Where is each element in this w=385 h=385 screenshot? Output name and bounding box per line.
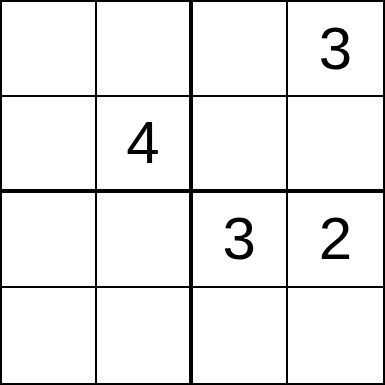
cell-r4c2[interactable] <box>97 288 192 383</box>
cell-r3c4[interactable]: 2 <box>288 193 383 288</box>
sudoku-page: 3 4 3 2 <box>0 0 385 385</box>
cell-r1c2[interactable] <box>97 2 192 97</box>
cell-r1c4[interactable]: 3 <box>288 2 383 97</box>
cell-r3c3[interactable]: 3 <box>193 193 288 288</box>
cell-r2c4[interactable] <box>288 97 383 192</box>
cell-r1c1[interactable] <box>2 2 97 97</box>
cell-r3c2[interactable] <box>97 193 192 288</box>
cell-r4c3[interactable] <box>193 288 288 383</box>
cell-r1c3[interactable] <box>193 2 288 97</box>
cell-r2c2[interactable]: 4 <box>97 97 192 192</box>
sudoku-board: 3 4 3 2 <box>0 0 385 385</box>
cell-r4c1[interactable] <box>2 288 97 383</box>
cell-r2c3[interactable] <box>193 97 288 192</box>
cell-r3c1[interactable] <box>2 193 97 288</box>
cell-r2c1[interactable] <box>2 97 97 192</box>
cell-r4c4[interactable] <box>288 288 383 383</box>
